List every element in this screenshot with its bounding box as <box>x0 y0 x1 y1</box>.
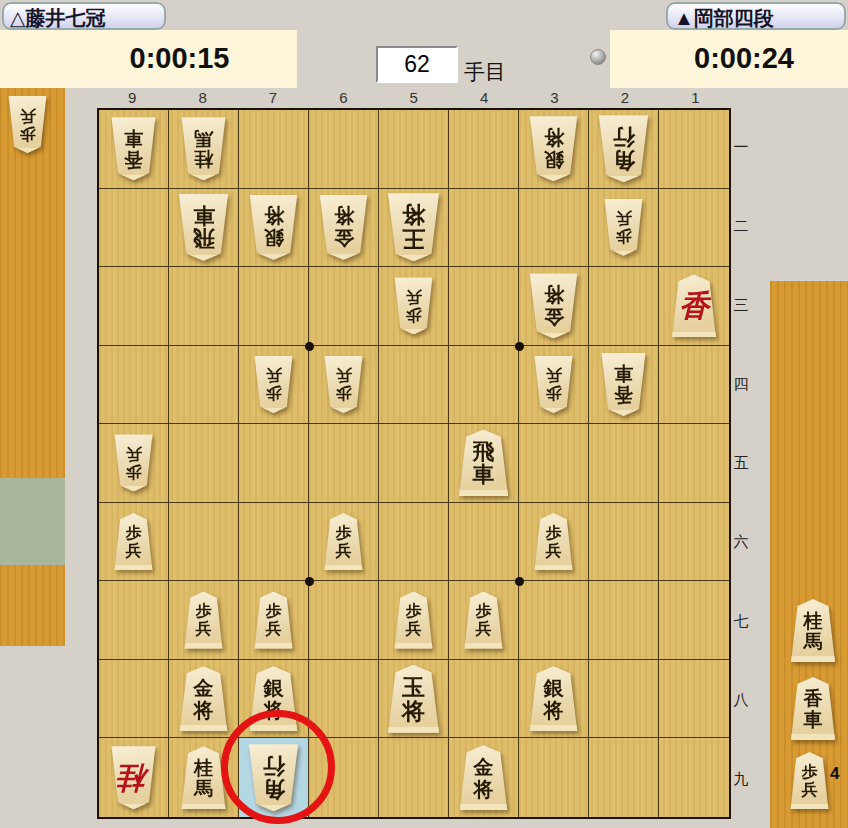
shogi-piece-歩兵-gote[interactable]: 歩兵 <box>322 356 365 413</box>
square-5-4[interactable] <box>379 346 449 425</box>
square-6-8[interactable] <box>309 660 379 739</box>
piece-text: 香車 <box>614 363 633 405</box>
piece-text: 歩兵 <box>546 524 562 560</box>
square-5-3[interactable]: 歩兵 <box>379 267 449 346</box>
file-label-9: 9 <box>97 88 167 107</box>
square-1-3[interactable]: 香 <box>659 267 729 346</box>
square-4-2[interactable] <box>449 189 519 268</box>
piece-text: 歩兵 <box>336 366 352 402</box>
rank-label-8: 八 <box>732 661 750 740</box>
square-4-1[interactable] <box>449 110 519 189</box>
square-3-9[interactable] <box>519 738 589 817</box>
shogi-piece-桂馬-sente[interactable]: 桂馬 <box>788 599 838 662</box>
square-8-5[interactable] <box>169 424 239 503</box>
square-1-6[interactable] <box>659 503 729 582</box>
square-2-6[interactable] <box>589 503 659 582</box>
piece-text: 銀将 <box>544 127 564 171</box>
rank-label-9: 九 <box>732 740 750 819</box>
piece-text: 歩兵 <box>476 602 492 638</box>
shogi-piece-歩兵-sente[interactable]: 歩兵 <box>252 592 295 649</box>
shogi-piece-金将-gote[interactable]: 金将 <box>317 195 371 260</box>
square-3-4[interactable]: 歩兵 <box>519 346 589 425</box>
shogi-piece-金将-sente[interactable]: 金将 <box>177 666 231 731</box>
piece-text: 歩兵 <box>406 602 422 638</box>
shogi-piece-歩兵-sente[interactable]: 歩兵 <box>462 592 505 649</box>
square-1-8[interactable] <box>659 660 729 739</box>
piece-text: 香車 <box>124 128 143 170</box>
piece-text: 金将 <box>544 284 564 328</box>
sente-komadai: 桂馬香車歩兵4 <box>770 281 848 828</box>
square-8-7[interactable]: 歩兵 <box>169 581 239 660</box>
shogi-piece-香車-gote[interactable]: 香車 <box>109 117 159 180</box>
shogi-piece-金将-sente[interactable]: 金将 <box>457 745 511 810</box>
shogi-piece-角行-gote[interactable]: 角行 <box>246 744 302 811</box>
rank-label-7: 七 <box>732 582 750 661</box>
piece-text: 銀将 <box>264 205 284 249</box>
square-7-8[interactable]: 銀将 <box>239 660 309 739</box>
file-coordinates: 987654321 <box>97 88 731 108</box>
piece-text: 歩兵 <box>336 524 352 560</box>
rank-label-3: 三 <box>732 266 750 345</box>
gote-name: △藤井七冠 <box>10 7 105 29</box>
square-1-5[interactable] <box>659 424 729 503</box>
shogi-piece-桂馬-sente[interactable]: 桂馬 <box>179 746 229 809</box>
shogi-piece-歩兵-sente[interactable]: 歩兵 <box>322 513 365 570</box>
square-1-9[interactable] <box>659 738 729 817</box>
square-2-9[interactable] <box>589 738 659 817</box>
square-9-6[interactable]: 歩兵 <box>99 503 169 582</box>
shogi-piece-銀将-sente[interactable]: 銀将 <box>527 666 581 731</box>
square-3-7[interactable] <box>519 581 589 660</box>
shogi-piece-成桂-gote[interactable]: 桂 <box>109 746 159 809</box>
piece-text: 角行 <box>613 126 635 172</box>
file-label-5: 5 <box>379 88 449 107</box>
shogi-piece-歩兵-sente[interactable]: 歩兵 <box>392 592 435 649</box>
piece-text: 王将 <box>402 203 425 251</box>
square-1-2[interactable] <box>659 189 729 268</box>
square-7-7[interactable]: 歩兵 <box>239 581 309 660</box>
rank-label-4: 四 <box>732 345 750 424</box>
square-2-2[interactable]: 歩兵 <box>589 189 659 268</box>
square-3-6[interactable]: 歩兵 <box>519 503 589 582</box>
rank-label-1: 一 <box>732 108 750 187</box>
rank-label-6: 六 <box>732 503 750 582</box>
shogi-piece-歩兵-sente[interactable]: 歩兵 <box>532 513 575 570</box>
square-4-4[interactable] <box>449 346 519 425</box>
square-9-3[interactable] <box>99 267 169 346</box>
shogi-piece-歩兵-gote[interactable]: 歩兵 <box>602 199 645 256</box>
square-7-3[interactable] <box>239 267 309 346</box>
shogi-piece-歩兵-sente[interactable]: 歩兵 <box>182 592 225 649</box>
square-5-2[interactable]: 王将 <box>379 189 449 268</box>
square-2-5[interactable] <box>589 424 659 503</box>
square-2-3[interactable] <box>589 267 659 346</box>
gote-nameplate: △藤井七冠 <box>2 2 166 30</box>
piece-text: 歩兵 <box>546 366 562 402</box>
square-6-9[interactable] <box>309 738 379 817</box>
square-8-9[interactable]: 桂馬 <box>169 738 239 817</box>
shogi-piece-歩兵-gote[interactable]: 歩兵 <box>112 434 155 491</box>
piece-text: 歩兵 <box>266 366 282 402</box>
piece-text: 金将 <box>474 756 494 800</box>
square-2-4[interactable]: 香車 <box>589 346 659 425</box>
file-label-8: 8 <box>167 88 237 107</box>
shogi-piece-飛車-gote[interactable]: 飛車 <box>176 194 232 261</box>
square-5-8[interactable]: 玉将 <box>379 660 449 739</box>
file-label-2: 2 <box>590 88 660 107</box>
shogi-piece-角行-gote[interactable]: 角行 <box>596 115 652 182</box>
square-7-9[interactable]: 角行 <box>239 738 309 817</box>
square-6-3[interactable] <box>309 267 379 346</box>
square-9-1[interactable]: 香車 <box>99 110 169 189</box>
square-6-5[interactable] <box>309 424 379 503</box>
komadai-empty-slot <box>0 478 65 565</box>
piece-text: 歩兵 <box>20 107 36 143</box>
shogi-piece-銀将-sente[interactable]: 銀将 <box>247 666 301 731</box>
piece-text: 飛車 <box>193 204 215 250</box>
square-8-6[interactable] <box>169 503 239 582</box>
square-9-2[interactable] <box>99 189 169 268</box>
square-3-1[interactable]: 銀将 <box>519 110 589 189</box>
square-5-5[interactable] <box>379 424 449 503</box>
square-2-1[interactable]: 角行 <box>589 110 659 189</box>
square-8-8[interactable]: 金将 <box>169 660 239 739</box>
square-4-7[interactable]: 歩兵 <box>449 581 519 660</box>
hoshi-dot <box>305 342 314 351</box>
piece-text: 銀将 <box>544 677 564 721</box>
shogi-piece-桂馬-gote[interactable]: 桂馬 <box>179 117 229 180</box>
piece-text: 香 <box>679 290 709 322</box>
square-7-1[interactable] <box>239 110 309 189</box>
square-8-1[interactable]: 桂馬 <box>169 110 239 189</box>
square-7-4[interactable]: 歩兵 <box>239 346 309 425</box>
shogi-piece-成香-sente[interactable]: 香 <box>669 274 719 337</box>
piece-text: 歩兵 <box>616 209 632 245</box>
square-4-8[interactable] <box>449 660 519 739</box>
square-9-7[interactable] <box>99 581 169 660</box>
file-label-3: 3 <box>519 88 589 107</box>
square-9-8[interactable] <box>99 660 169 739</box>
square-6-2[interactable]: 金将 <box>309 189 379 268</box>
piece-text: 桂馬 <box>804 610 823 652</box>
rank-label-5: 五 <box>732 424 750 503</box>
rank-coordinates: 一二三四五六七八九 <box>732 108 750 819</box>
shogi-piece-金将-gote[interactable]: 金将 <box>527 273 581 338</box>
shogi-piece-香車-sente[interactable]: 香車 <box>788 677 838 740</box>
square-3-5[interactable] <box>519 424 589 503</box>
square-7-2[interactable]: 銀将 <box>239 189 309 268</box>
shogi-piece-王将-gote[interactable]: 王将 <box>385 193 443 261</box>
piece-text: 銀将 <box>264 677 284 721</box>
file-label-4: 4 <box>449 88 519 107</box>
sente-name: ▲岡部四段 <box>674 7 774 29</box>
move-number-field[interactable]: 62 <box>376 46 458 83</box>
shogi-piece-香車-gote[interactable]: 香車 <box>599 353 649 416</box>
shogi-broadcast-app: △藤井七冠 ▲岡部四段 0:00:15 0:00:24 62 手目 歩兵 桂馬香… <box>0 0 848 828</box>
square-2-8[interactable] <box>589 660 659 739</box>
square-5-1[interactable] <box>379 110 449 189</box>
square-1-1[interactable] <box>659 110 729 189</box>
shogi-piece-歩兵-gote[interactable]: 歩兵 <box>6 96 49 153</box>
square-8-2[interactable]: 飛車 <box>169 189 239 268</box>
shogi-board: 香車桂馬銀将角行飛車銀将金将王将歩兵歩兵金将香歩兵歩兵歩兵香車歩兵飛車歩兵歩兵歩… <box>97 108 731 819</box>
move-number-suffix-label: 手目 <box>464 58 506 86</box>
square-6-7[interactable] <box>309 581 379 660</box>
square-5-7[interactable]: 歩兵 <box>379 581 449 660</box>
shogi-piece-歩兵-gote[interactable]: 歩兵 <box>392 277 435 334</box>
sente-nameplate: ▲岡部四段 <box>666 2 846 30</box>
piece-text: 歩兵 <box>266 602 282 638</box>
square-4-5[interactable]: 飛車 <box>449 424 519 503</box>
square-7-6[interactable] <box>239 503 309 582</box>
square-4-6[interactable] <box>449 503 519 582</box>
square-3-8[interactable]: 銀将 <box>519 660 589 739</box>
piece-text: 歩兵 <box>126 524 142 560</box>
gote-komadai: 歩兵 <box>0 88 65 646</box>
square-8-4[interactable] <box>169 346 239 425</box>
square-1-4[interactable] <box>659 346 729 425</box>
hand-count-歩兵: 4 <box>830 764 839 784</box>
shogi-piece-玉将-sente[interactable]: 玉将 <box>385 665 443 733</box>
square-5-9[interactable] <box>379 738 449 817</box>
piece-text: 香車 <box>804 688 823 730</box>
square-4-9[interactable]: 金将 <box>449 738 519 817</box>
square-7-5[interactable] <box>239 424 309 503</box>
piece-text: 歩兵 <box>802 763 818 799</box>
piece-text: 桂馬 <box>194 128 213 170</box>
square-2-7[interactable] <box>589 581 659 660</box>
square-6-6[interactable]: 歩兵 <box>309 503 379 582</box>
shogi-piece-歩兵-gote[interactable]: 歩兵 <box>252 356 295 413</box>
piece-text: 歩兵 <box>406 288 422 324</box>
piece-text: 桂 <box>119 762 149 794</box>
hoshi-dot <box>515 577 524 586</box>
file-label-1: 1 <box>660 88 730 107</box>
shogi-piece-歩兵-sente[interactable]: 歩兵 <box>112 513 155 570</box>
piece-text: 歩兵 <box>196 602 212 638</box>
square-6-1[interactable] <box>309 110 379 189</box>
piece-text: 飛車 <box>473 440 495 486</box>
gote-clock: 0:00:15 <box>0 30 297 88</box>
square-9-5[interactable]: 歩兵 <box>99 424 169 503</box>
sente-clock: 0:00:24 <box>610 30 848 88</box>
square-6-4[interactable]: 歩兵 <box>309 346 379 425</box>
piece-text: 金将 <box>194 677 214 721</box>
piece-text: 歩兵 <box>126 445 142 481</box>
square-4-3[interactable] <box>449 267 519 346</box>
shogi-piece-銀将-gote[interactable]: 銀将 <box>247 195 301 260</box>
piece-text: 桂馬 <box>194 757 213 799</box>
square-9-4[interactable] <box>99 346 169 425</box>
shogi-piece-銀将-gote[interactable]: 銀将 <box>527 116 581 181</box>
square-5-6[interactable] <box>379 503 449 582</box>
square-8-3[interactable] <box>169 267 239 346</box>
piece-text: 金将 <box>334 205 354 249</box>
status-sphere-icon <box>590 49 606 65</box>
shogi-piece-飛車-sente[interactable]: 飛車 <box>456 429 512 496</box>
rank-label-2: 二 <box>732 187 750 266</box>
hoshi-dot <box>305 577 314 586</box>
shogi-piece-歩兵-gote[interactable]: 歩兵 <box>532 356 575 413</box>
file-label-7: 7 <box>238 88 308 107</box>
shogi-piece-歩兵-sente[interactable]: 歩兵 <box>788 752 831 809</box>
square-3-3[interactable]: 金将 <box>519 267 589 346</box>
hoshi-dot <box>515 342 524 351</box>
square-3-2[interactable] <box>519 189 589 268</box>
square-1-7[interactable] <box>659 581 729 660</box>
piece-text: 玉将 <box>402 675 425 723</box>
piece-text: 角行 <box>263 755 285 801</box>
file-label-6: 6 <box>308 88 378 107</box>
square-9-9[interactable]: 桂 <box>99 738 169 817</box>
